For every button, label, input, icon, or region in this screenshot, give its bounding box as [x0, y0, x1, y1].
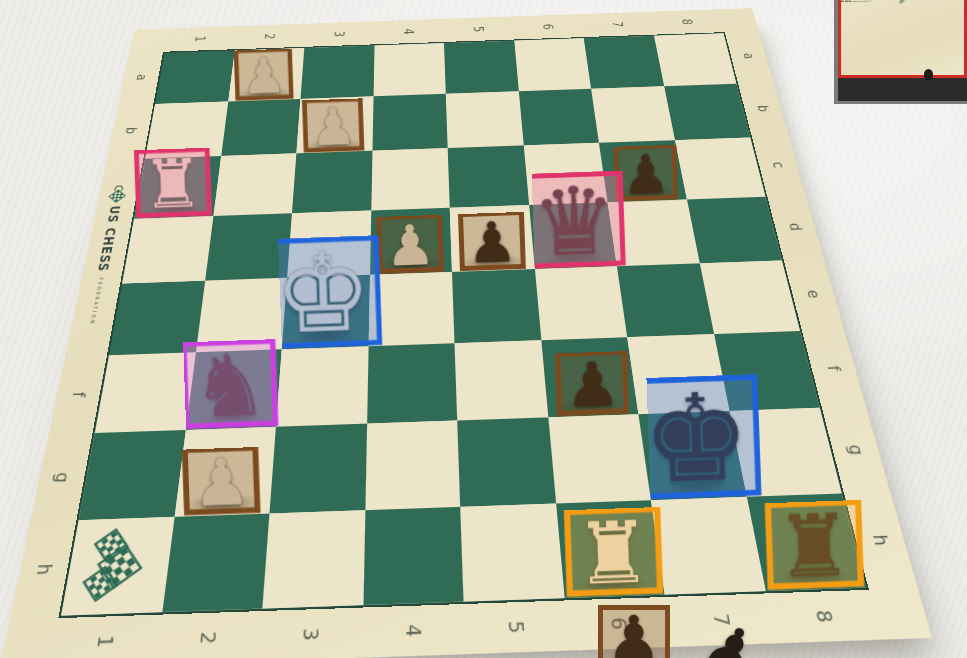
- board-square-h7: [651, 496, 765, 594]
- board-square-d5: ♟: [450, 205, 535, 272]
- white-pawn-piece: ♟: [191, 450, 251, 513]
- board-square-f6: ♟: [541, 337, 639, 418]
- crown-icon: [899, 0, 903, 4]
- board-perspective-wrap: 12345678 12345678 US CHESS FEDERATION ab…: [67, 0, 837, 657]
- board-square-h5: [460, 503, 564, 602]
- white-pawn-piece: ♟: [310, 101, 358, 151]
- chess-mat: 12345678 12345678 US CHESS FEDERATION ab…: [0, 8, 932, 658]
- file-label: a: [103, 64, 179, 91]
- corner-crown-logo: [899, 0, 907, 4]
- board-3d: 12345678 12345678 US CHESS FEDERATION ab…: [0, 8, 932, 658]
- board-square-h3: [262, 510, 364, 609]
- board-square-c4: [371, 148, 450, 210]
- logo-subtitle: FEDERATION: [89, 277, 105, 325]
- white-pawn-piece: ♟: [384, 218, 436, 273]
- board-square-b5: [446, 91, 524, 148]
- board-square-d7: [608, 199, 700, 266]
- corner-crown-logo: [79, 531, 159, 599]
- logo-subtitle: FEDERATION: [852, 0, 865, 2]
- file-labels-right: abcdefgh: [841, 0, 850, 2]
- file-label: d: [751, 210, 841, 244]
- white-rook-piece: ♜: [573, 512, 652, 596]
- black-king-piece: ♚: [640, 380, 752, 498]
- board-square-e8: [699, 260, 799, 333]
- board-square-c2: [213, 153, 296, 215]
- board-square-h4: [363, 506, 464, 605]
- rank-label: 1: [179, 15, 220, 64]
- board-square-e4: [368, 272, 454, 346]
- file-label: [63, 234, 150, 268]
- board-square-e5: [452, 269, 541, 343]
- thumbnail-photo: 12345678 12345678 US CHESS FEDERATION ab…: [838, 0, 967, 78]
- board-square-f3: [276, 346, 368, 427]
- board-square-e6: [534, 266, 627, 339]
- file-label: c: [736, 150, 821, 181]
- photo-content: 12345678 12345678 US CHESS FEDERATION ab…: [0, 0, 967, 658]
- rank-label: 3: [321, 10, 357, 59]
- board-square-c3: [292, 151, 372, 213]
- board-square-g6: [548, 414, 651, 503]
- white-king-piece: ♚: [273, 240, 374, 347]
- board-square-c5: [448, 145, 529, 207]
- board-square-b6: [518, 88, 599, 145]
- board-square-g5: [457, 417, 555, 506]
- captured-pawn: ♟: [606, 610, 662, 658]
- black-pawn-piece: ♟: [621, 147, 671, 199]
- file-label: a: [710, 43, 788, 70]
- rank-label: 7: [597, 0, 639, 49]
- board-square-g1: [79, 430, 186, 520]
- photo-scene: 12345678 12345678 US CHESS FEDERATION ab…: [0, 0, 967, 658]
- board-square-f1: [95, 352, 196, 433]
- rank-label: 6: [529, 3, 568, 52]
- black-knight-piece: ♞: [190, 344, 270, 428]
- board-square-f4: [367, 343, 458, 424]
- black-pawn-piece: ♟: [563, 354, 620, 414]
- board-square-h6: ♜: [556, 500, 665, 598]
- thumbnail-panel[interactable]: 12345678 12345678 US CHESS FEDERATION ab…: [834, 0, 967, 104]
- file-label: c: [77, 172, 160, 204]
- board-square-h8: ♜: [746, 493, 866, 591]
- board-square-b7: [591, 86, 675, 143]
- board-square-g4: [365, 420, 460, 509]
- board-square-e7: [617, 263, 714, 336]
- board-square-h1: [61, 516, 174, 615]
- board-square-e3: ♚: [282, 275, 370, 349]
- black-queen-piece: ♛: [530, 175, 617, 267]
- black-rook-piece: ♜: [774, 505, 853, 589]
- board-square-f2: ♞: [185, 349, 281, 430]
- board-square-g7: ♚: [638, 411, 746, 500]
- thumbnail-captured-piece: [924, 69, 933, 80]
- board-square-b3: ♟: [296, 96, 373, 153]
- black-pawn-piece: ♟: [606, 610, 662, 658]
- black-pawn-piece: ♟: [466, 215, 518, 270]
- file-label: b: [722, 94, 804, 123]
- board-square-b4: [372, 94, 448, 151]
- board-square-d6: ♛: [529, 202, 617, 269]
- file-label: h: [870, 1, 872, 2]
- board-square-b2: [221, 99, 301, 156]
- rank-label: 5: [460, 5, 497, 54]
- board-square-f5: [454, 340, 547, 421]
- rank-label: 2: [250, 12, 288, 61]
- file-label: b: [90, 116, 170, 145]
- thumbnail-scene-clone: 12345678 12345678 US CHESS FEDERATION ab…: [841, 0, 964, 78]
- file-label: h: [849, 1, 851, 2]
- board-square-d4: ♟: [370, 207, 452, 275]
- chess-mat: 12345678 12345678 US CHESS FEDERATION ab…: [841, 0, 964, 78]
- board-square-g3: [270, 424, 367, 513]
- board-square-g2: ♟: [174, 427, 276, 516]
- rank-label: 4: [392, 7, 426, 56]
- board-square-h2: [162, 513, 270, 612]
